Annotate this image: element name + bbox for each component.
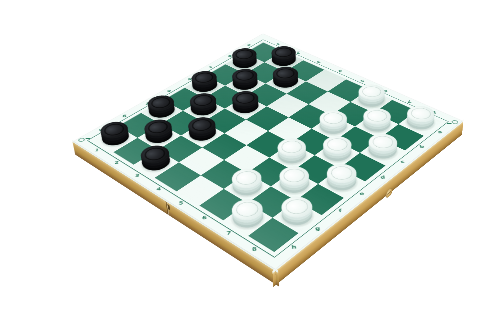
board-pivot: hgfedcba hgfedcba 12345678 12345678	[74, 34, 462, 269]
checker-piece-black[interactable]	[181, 122, 224, 148]
checker-piece-white[interactable]	[360, 138, 405, 165]
checker-piece-black[interactable]	[225, 96, 267, 120]
latch-knob-icon	[386, 186, 393, 199]
scene: hgfedcba hgfedcba 12345678 12345678	[0, 0, 500, 328]
vinyl-board-mat: hgfedcba hgfedcba 12345678 12345678	[74, 34, 462, 269]
logo-ring-icon	[78, 138, 85, 142]
coordinate-label: 1	[273, 37, 283, 51]
logo-text-line	[446, 123, 451, 124]
checker-piece-black[interactable]	[266, 72, 306, 94]
coordinate-label: 5	[356, 73, 368, 89]
coordinate-label: 4	[334, 64, 346, 80]
hinge-icon	[167, 204, 170, 210]
pieces-layer	[94, 42, 442, 252]
coordinate-label: 2	[293, 45, 303, 60]
coordinate-label: 3	[313, 54, 324, 69]
